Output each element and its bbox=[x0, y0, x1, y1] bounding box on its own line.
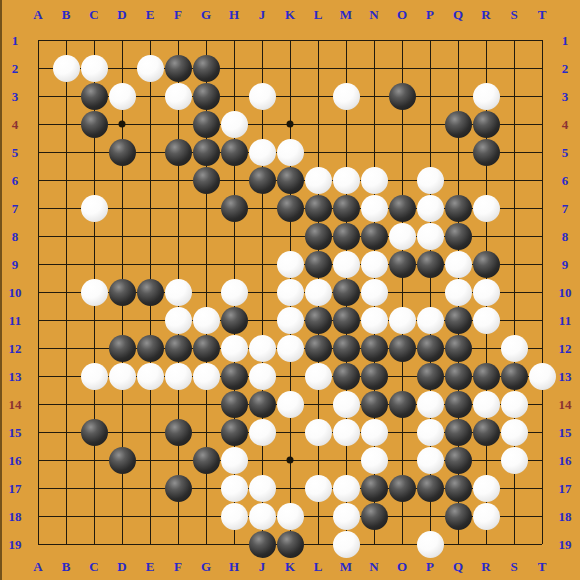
intersection-B13[interactable] bbox=[52, 362, 80, 390]
intersection-M18[interactable] bbox=[332, 502, 360, 530]
intersection-D19[interactable] bbox=[108, 530, 136, 558]
intersection-T11[interactable] bbox=[528, 306, 556, 334]
intersection-H3[interactable] bbox=[220, 82, 248, 110]
intersection-E9[interactable] bbox=[136, 250, 164, 278]
intersection-J10[interactable] bbox=[248, 278, 276, 306]
intersection-S7[interactable] bbox=[500, 194, 528, 222]
intersection-B19[interactable] bbox=[52, 530, 80, 558]
intersection-R7[interactable] bbox=[472, 194, 500, 222]
intersection-M12[interactable] bbox=[332, 334, 360, 362]
intersection-M11[interactable] bbox=[332, 306, 360, 334]
intersection-R17[interactable] bbox=[472, 474, 500, 502]
intersection-D6[interactable] bbox=[108, 166, 136, 194]
intersection-T10[interactable] bbox=[528, 278, 556, 306]
intersection-S2[interactable] bbox=[500, 54, 528, 82]
intersection-D15[interactable] bbox=[108, 418, 136, 446]
intersection-H9[interactable] bbox=[220, 250, 248, 278]
intersection-F14[interactable] bbox=[164, 390, 192, 418]
intersection-L11[interactable] bbox=[304, 306, 332, 334]
intersection-K16[interactable] bbox=[276, 446, 304, 474]
intersection-E14[interactable] bbox=[136, 390, 164, 418]
intersection-B6[interactable] bbox=[52, 166, 80, 194]
intersection-G3[interactable] bbox=[192, 82, 220, 110]
intersection-J2[interactable] bbox=[248, 54, 276, 82]
intersection-S16[interactable] bbox=[500, 446, 528, 474]
intersection-D5[interactable] bbox=[108, 138, 136, 166]
intersection-K13[interactable] bbox=[276, 362, 304, 390]
intersection-J14[interactable] bbox=[248, 390, 276, 418]
intersection-A4[interactable] bbox=[24, 110, 52, 138]
intersection-R13[interactable] bbox=[472, 362, 500, 390]
intersection-C16[interactable] bbox=[80, 446, 108, 474]
intersection-P15[interactable] bbox=[416, 418, 444, 446]
intersection-A18[interactable] bbox=[24, 502, 52, 530]
intersection-O16[interactable] bbox=[388, 446, 416, 474]
intersection-O14[interactable] bbox=[388, 390, 416, 418]
intersection-H14[interactable] bbox=[220, 390, 248, 418]
intersection-L19[interactable] bbox=[304, 530, 332, 558]
intersection-N17[interactable] bbox=[360, 474, 388, 502]
intersection-T15[interactable] bbox=[528, 418, 556, 446]
intersection-M17[interactable] bbox=[332, 474, 360, 502]
intersection-J4[interactable] bbox=[248, 110, 276, 138]
intersection-Q3[interactable] bbox=[444, 82, 472, 110]
intersection-G15[interactable] bbox=[192, 418, 220, 446]
intersection-K8[interactable] bbox=[276, 222, 304, 250]
intersection-L6[interactable] bbox=[304, 166, 332, 194]
intersection-S12[interactable] bbox=[500, 334, 528, 362]
intersection-J13[interactable] bbox=[248, 362, 276, 390]
intersection-P2[interactable] bbox=[416, 54, 444, 82]
intersection-A8[interactable] bbox=[24, 222, 52, 250]
intersection-B4[interactable] bbox=[52, 110, 80, 138]
intersection-K1[interactable] bbox=[276, 26, 304, 54]
intersection-J17[interactable] bbox=[248, 474, 276, 502]
intersection-H2[interactable] bbox=[220, 54, 248, 82]
intersection-L15[interactable] bbox=[304, 418, 332, 446]
intersection-C15[interactable] bbox=[80, 418, 108, 446]
intersection-O9[interactable] bbox=[388, 250, 416, 278]
intersection-F7[interactable] bbox=[164, 194, 192, 222]
intersection-J9[interactable] bbox=[248, 250, 276, 278]
intersection-S11[interactable] bbox=[500, 306, 528, 334]
intersection-R8[interactable] bbox=[472, 222, 500, 250]
intersection-G11[interactable] bbox=[192, 306, 220, 334]
intersection-C5[interactable] bbox=[80, 138, 108, 166]
intersection-S10[interactable] bbox=[500, 278, 528, 306]
intersection-E2[interactable] bbox=[136, 54, 164, 82]
intersection-E6[interactable] bbox=[136, 166, 164, 194]
intersection-K18[interactable] bbox=[276, 502, 304, 530]
intersection-R16[interactable] bbox=[472, 446, 500, 474]
intersection-D3[interactable] bbox=[108, 82, 136, 110]
intersection-J12[interactable] bbox=[248, 334, 276, 362]
intersection-S17[interactable] bbox=[500, 474, 528, 502]
intersection-Q11[interactable] bbox=[444, 306, 472, 334]
intersection-P13[interactable] bbox=[416, 362, 444, 390]
intersection-N18[interactable] bbox=[360, 502, 388, 530]
intersection-P8[interactable] bbox=[416, 222, 444, 250]
intersection-A5[interactable] bbox=[24, 138, 52, 166]
intersection-M6[interactable] bbox=[332, 166, 360, 194]
intersection-A7[interactable] bbox=[24, 194, 52, 222]
intersection-E4[interactable] bbox=[136, 110, 164, 138]
intersection-R3[interactable] bbox=[472, 82, 500, 110]
intersection-Q8[interactable] bbox=[444, 222, 472, 250]
intersection-G16[interactable] bbox=[192, 446, 220, 474]
intersection-B15[interactable] bbox=[52, 418, 80, 446]
intersection-H6[interactable] bbox=[220, 166, 248, 194]
intersection-C14[interactable] bbox=[80, 390, 108, 418]
intersection-D2[interactable] bbox=[108, 54, 136, 82]
intersection-S3[interactable] bbox=[500, 82, 528, 110]
intersection-H16[interactable] bbox=[220, 446, 248, 474]
intersection-P4[interactable] bbox=[416, 110, 444, 138]
intersection-N9[interactable] bbox=[360, 250, 388, 278]
intersection-N8[interactable] bbox=[360, 222, 388, 250]
intersection-B1[interactable] bbox=[52, 26, 80, 54]
intersection-S19[interactable] bbox=[500, 530, 528, 558]
intersection-M9[interactable] bbox=[332, 250, 360, 278]
intersection-G10[interactable] bbox=[192, 278, 220, 306]
intersection-F2[interactable] bbox=[164, 54, 192, 82]
intersection-G2[interactable] bbox=[192, 54, 220, 82]
intersection-H12[interactable] bbox=[220, 334, 248, 362]
intersection-O10[interactable] bbox=[388, 278, 416, 306]
intersection-E3[interactable] bbox=[136, 82, 164, 110]
intersection-G19[interactable] bbox=[192, 530, 220, 558]
intersection-T14[interactable] bbox=[528, 390, 556, 418]
intersection-M7[interactable] bbox=[332, 194, 360, 222]
intersection-D16[interactable] bbox=[108, 446, 136, 474]
intersection-D9[interactable] bbox=[108, 250, 136, 278]
intersection-K3[interactable] bbox=[276, 82, 304, 110]
intersection-T9[interactable] bbox=[528, 250, 556, 278]
intersection-E10[interactable] bbox=[136, 278, 164, 306]
intersection-B5[interactable] bbox=[52, 138, 80, 166]
intersection-G12[interactable] bbox=[192, 334, 220, 362]
intersection-R18[interactable] bbox=[472, 502, 500, 530]
intersection-R15[interactable] bbox=[472, 418, 500, 446]
intersection-N2[interactable] bbox=[360, 54, 388, 82]
intersection-C1[interactable] bbox=[80, 26, 108, 54]
intersection-T7[interactable] bbox=[528, 194, 556, 222]
intersection-E17[interactable] bbox=[136, 474, 164, 502]
intersection-Q17[interactable] bbox=[444, 474, 472, 502]
intersection-R5[interactable] bbox=[472, 138, 500, 166]
intersection-S15[interactable] bbox=[500, 418, 528, 446]
intersection-A10[interactable] bbox=[24, 278, 52, 306]
intersection-T5[interactable] bbox=[528, 138, 556, 166]
intersection-M3[interactable] bbox=[332, 82, 360, 110]
intersection-T19[interactable] bbox=[528, 530, 556, 558]
intersection-O1[interactable] bbox=[388, 26, 416, 54]
intersection-B2[interactable] bbox=[52, 54, 80, 82]
intersection-R19[interactable] bbox=[472, 530, 500, 558]
intersection-T4[interactable] bbox=[528, 110, 556, 138]
intersection-F16[interactable] bbox=[164, 446, 192, 474]
intersection-S8[interactable] bbox=[500, 222, 528, 250]
intersection-N19[interactable] bbox=[360, 530, 388, 558]
intersection-D7[interactable] bbox=[108, 194, 136, 222]
intersection-G17[interactable] bbox=[192, 474, 220, 502]
intersection-E11[interactable] bbox=[136, 306, 164, 334]
intersection-A19[interactable] bbox=[24, 530, 52, 558]
intersection-O5[interactable] bbox=[388, 138, 416, 166]
intersection-K14[interactable] bbox=[276, 390, 304, 418]
go-board[interactable] bbox=[24, 26, 556, 558]
intersection-H4[interactable] bbox=[220, 110, 248, 138]
intersection-N11[interactable] bbox=[360, 306, 388, 334]
intersection-S4[interactable] bbox=[500, 110, 528, 138]
intersection-J19[interactable] bbox=[248, 530, 276, 558]
intersection-N6[interactable] bbox=[360, 166, 388, 194]
intersection-E12[interactable] bbox=[136, 334, 164, 362]
intersection-B8[interactable] bbox=[52, 222, 80, 250]
intersection-P9[interactable] bbox=[416, 250, 444, 278]
intersection-G5[interactable] bbox=[192, 138, 220, 166]
intersection-R1[interactable] bbox=[472, 26, 500, 54]
intersection-L3[interactable] bbox=[304, 82, 332, 110]
intersection-L4[interactable] bbox=[304, 110, 332, 138]
intersection-Q12[interactable] bbox=[444, 334, 472, 362]
intersection-G1[interactable] bbox=[192, 26, 220, 54]
intersection-J5[interactable] bbox=[248, 138, 276, 166]
intersection-P18[interactable] bbox=[416, 502, 444, 530]
intersection-Q16[interactable] bbox=[444, 446, 472, 474]
intersection-C8[interactable] bbox=[80, 222, 108, 250]
intersection-Q10[interactable] bbox=[444, 278, 472, 306]
intersection-G7[interactable] bbox=[192, 194, 220, 222]
intersection-L5[interactable] bbox=[304, 138, 332, 166]
intersection-G6[interactable] bbox=[192, 166, 220, 194]
intersection-R10[interactable] bbox=[472, 278, 500, 306]
intersection-C12[interactable] bbox=[80, 334, 108, 362]
intersection-S1[interactable] bbox=[500, 26, 528, 54]
intersection-J8[interactable] bbox=[248, 222, 276, 250]
intersection-H5[interactable] bbox=[220, 138, 248, 166]
intersection-D18[interactable] bbox=[108, 502, 136, 530]
intersection-Q9[interactable] bbox=[444, 250, 472, 278]
intersection-O12[interactable] bbox=[388, 334, 416, 362]
intersection-F5[interactable] bbox=[164, 138, 192, 166]
intersection-Q5[interactable] bbox=[444, 138, 472, 166]
intersection-O17[interactable] bbox=[388, 474, 416, 502]
intersection-J16[interactable] bbox=[248, 446, 276, 474]
intersection-J3[interactable] bbox=[248, 82, 276, 110]
intersection-H1[interactable] bbox=[220, 26, 248, 54]
intersection-A3[interactable] bbox=[24, 82, 52, 110]
intersection-R12[interactable] bbox=[472, 334, 500, 362]
intersection-O4[interactable] bbox=[388, 110, 416, 138]
intersection-R4[interactable] bbox=[472, 110, 500, 138]
intersection-G4[interactable] bbox=[192, 110, 220, 138]
intersection-D13[interactable] bbox=[108, 362, 136, 390]
intersection-H13[interactable] bbox=[220, 362, 248, 390]
intersection-P19[interactable] bbox=[416, 530, 444, 558]
intersection-D1[interactable] bbox=[108, 26, 136, 54]
intersection-J7[interactable] bbox=[248, 194, 276, 222]
intersection-B18[interactable] bbox=[52, 502, 80, 530]
intersection-K10[interactable] bbox=[276, 278, 304, 306]
intersection-G13[interactable] bbox=[192, 362, 220, 390]
intersection-L14[interactable] bbox=[304, 390, 332, 418]
intersection-D8[interactable] bbox=[108, 222, 136, 250]
intersection-F8[interactable] bbox=[164, 222, 192, 250]
intersection-S6[interactable] bbox=[500, 166, 528, 194]
intersection-M4[interactable] bbox=[332, 110, 360, 138]
intersection-O2[interactable] bbox=[388, 54, 416, 82]
intersection-F11[interactable] bbox=[164, 306, 192, 334]
intersection-A1[interactable] bbox=[24, 26, 52, 54]
intersection-L8[interactable] bbox=[304, 222, 332, 250]
intersection-T13[interactable] bbox=[528, 362, 556, 390]
intersection-F18[interactable] bbox=[164, 502, 192, 530]
intersection-F19[interactable] bbox=[164, 530, 192, 558]
intersection-J1[interactable] bbox=[248, 26, 276, 54]
intersection-F3[interactable] bbox=[164, 82, 192, 110]
intersection-R14[interactable] bbox=[472, 390, 500, 418]
intersection-O18[interactable] bbox=[388, 502, 416, 530]
intersection-L16[interactable] bbox=[304, 446, 332, 474]
intersection-J11[interactable] bbox=[248, 306, 276, 334]
intersection-N1[interactable] bbox=[360, 26, 388, 54]
intersection-E13[interactable] bbox=[136, 362, 164, 390]
intersection-B7[interactable] bbox=[52, 194, 80, 222]
intersection-H18[interactable] bbox=[220, 502, 248, 530]
intersection-R2[interactable] bbox=[472, 54, 500, 82]
intersection-Q18[interactable] bbox=[444, 502, 472, 530]
intersection-C11[interactable] bbox=[80, 306, 108, 334]
intersection-N12[interactable] bbox=[360, 334, 388, 362]
intersection-L10[interactable] bbox=[304, 278, 332, 306]
intersection-P1[interactable] bbox=[416, 26, 444, 54]
intersection-K7[interactable] bbox=[276, 194, 304, 222]
intersection-F13[interactable] bbox=[164, 362, 192, 390]
intersection-N3[interactable] bbox=[360, 82, 388, 110]
intersection-C9[interactable] bbox=[80, 250, 108, 278]
intersection-E16[interactable] bbox=[136, 446, 164, 474]
intersection-M2[interactable] bbox=[332, 54, 360, 82]
intersection-K19[interactable] bbox=[276, 530, 304, 558]
intersection-T1[interactable] bbox=[528, 26, 556, 54]
intersection-K6[interactable] bbox=[276, 166, 304, 194]
intersection-B10[interactable] bbox=[52, 278, 80, 306]
intersection-K2[interactable] bbox=[276, 54, 304, 82]
intersection-P16[interactable] bbox=[416, 446, 444, 474]
intersection-O6[interactable] bbox=[388, 166, 416, 194]
intersection-K15[interactable] bbox=[276, 418, 304, 446]
intersection-M13[interactable] bbox=[332, 362, 360, 390]
intersection-M10[interactable] bbox=[332, 278, 360, 306]
intersection-A6[interactable] bbox=[24, 166, 52, 194]
intersection-K11[interactable] bbox=[276, 306, 304, 334]
intersection-T17[interactable] bbox=[528, 474, 556, 502]
intersection-O19[interactable] bbox=[388, 530, 416, 558]
intersection-A2[interactable] bbox=[24, 54, 52, 82]
intersection-N10[interactable] bbox=[360, 278, 388, 306]
intersection-C10[interactable] bbox=[80, 278, 108, 306]
intersection-B3[interactable] bbox=[52, 82, 80, 110]
intersection-A12[interactable] bbox=[24, 334, 52, 362]
intersection-S13[interactable] bbox=[500, 362, 528, 390]
intersection-L2[interactable] bbox=[304, 54, 332, 82]
intersection-M16[interactable] bbox=[332, 446, 360, 474]
intersection-H11[interactable] bbox=[220, 306, 248, 334]
intersection-M8[interactable] bbox=[332, 222, 360, 250]
intersection-L9[interactable] bbox=[304, 250, 332, 278]
intersection-B17[interactable] bbox=[52, 474, 80, 502]
intersection-Q7[interactable] bbox=[444, 194, 472, 222]
intersection-Q1[interactable] bbox=[444, 26, 472, 54]
intersection-L18[interactable] bbox=[304, 502, 332, 530]
intersection-Q4[interactable] bbox=[444, 110, 472, 138]
intersection-R9[interactable] bbox=[472, 250, 500, 278]
intersection-F9[interactable] bbox=[164, 250, 192, 278]
intersection-E19[interactable] bbox=[136, 530, 164, 558]
intersection-D14[interactable] bbox=[108, 390, 136, 418]
intersection-Q15[interactable] bbox=[444, 418, 472, 446]
intersection-D17[interactable] bbox=[108, 474, 136, 502]
intersection-N5[interactable] bbox=[360, 138, 388, 166]
intersection-K12[interactable] bbox=[276, 334, 304, 362]
intersection-T12[interactable] bbox=[528, 334, 556, 362]
intersection-Q19[interactable] bbox=[444, 530, 472, 558]
intersection-C19[interactable] bbox=[80, 530, 108, 558]
intersection-T16[interactable] bbox=[528, 446, 556, 474]
intersection-H15[interactable] bbox=[220, 418, 248, 446]
intersection-O15[interactable] bbox=[388, 418, 416, 446]
intersection-J18[interactable] bbox=[248, 502, 276, 530]
intersection-R6[interactable] bbox=[472, 166, 500, 194]
intersection-A16[interactable] bbox=[24, 446, 52, 474]
intersection-D12[interactable] bbox=[108, 334, 136, 362]
intersection-L12[interactable] bbox=[304, 334, 332, 362]
intersection-J15[interactable] bbox=[248, 418, 276, 446]
intersection-H17[interactable] bbox=[220, 474, 248, 502]
intersection-Q6[interactable] bbox=[444, 166, 472, 194]
intersection-A13[interactable] bbox=[24, 362, 52, 390]
intersection-P17[interactable] bbox=[416, 474, 444, 502]
intersection-O13[interactable] bbox=[388, 362, 416, 390]
intersection-E15[interactable] bbox=[136, 418, 164, 446]
intersection-C13[interactable] bbox=[80, 362, 108, 390]
intersection-N14[interactable] bbox=[360, 390, 388, 418]
intersection-C18[interactable] bbox=[80, 502, 108, 530]
intersection-S14[interactable] bbox=[500, 390, 528, 418]
intersection-F4[interactable] bbox=[164, 110, 192, 138]
intersection-A9[interactable] bbox=[24, 250, 52, 278]
intersection-P10[interactable] bbox=[416, 278, 444, 306]
intersection-F15[interactable] bbox=[164, 418, 192, 446]
intersection-S18[interactable] bbox=[500, 502, 528, 530]
intersection-F1[interactable] bbox=[164, 26, 192, 54]
intersection-E5[interactable] bbox=[136, 138, 164, 166]
intersection-Q2[interactable] bbox=[444, 54, 472, 82]
intersection-N4[interactable] bbox=[360, 110, 388, 138]
intersection-C6[interactable] bbox=[80, 166, 108, 194]
intersection-S9[interactable] bbox=[500, 250, 528, 278]
intersection-E7[interactable] bbox=[136, 194, 164, 222]
intersection-D11[interactable] bbox=[108, 306, 136, 334]
intersection-C2[interactable] bbox=[80, 54, 108, 82]
intersection-B16[interactable] bbox=[52, 446, 80, 474]
intersection-T3[interactable] bbox=[528, 82, 556, 110]
intersection-C17[interactable] bbox=[80, 474, 108, 502]
intersection-G18[interactable] bbox=[192, 502, 220, 530]
intersection-K17[interactable] bbox=[276, 474, 304, 502]
intersection-L7[interactable] bbox=[304, 194, 332, 222]
